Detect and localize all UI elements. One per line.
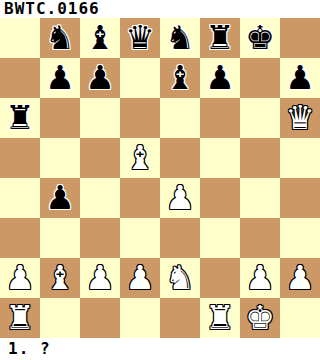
square-h6[interactable]: ♛ (280, 98, 320, 138)
move-prompt: 1. ? (0, 338, 320, 360)
white-pawn[interactable]: ♟ (160, 178, 200, 218)
square-d5[interactable]: ♝ (120, 138, 160, 178)
white-bishop[interactable]: ♝ (120, 138, 160, 178)
square-c7[interactable]: ♟ (80, 58, 120, 98)
square-g3[interactable] (240, 218, 280, 258)
square-f1[interactable]: ♜ (200, 298, 240, 338)
square-a1[interactable]: ♜ (0, 298, 40, 338)
square-a6[interactable]: ♜ (0, 98, 40, 138)
white-pawn[interactable]: ♟ (0, 258, 40, 298)
square-a7[interactable] (0, 58, 40, 98)
square-c6[interactable] (80, 98, 120, 138)
square-f3[interactable] (200, 218, 240, 258)
square-f2[interactable] (200, 258, 240, 298)
black-knight[interactable]: ♞ (40, 18, 80, 58)
black-rook[interactable]: ♜ (200, 18, 240, 58)
square-b7[interactable]: ♟ (40, 58, 80, 98)
square-d7[interactable] (120, 58, 160, 98)
black-rook[interactable]: ♜ (0, 98, 40, 138)
white-rook[interactable]: ♜ (200, 298, 240, 338)
square-h2[interactable]: ♟ (280, 258, 320, 298)
square-b6[interactable] (40, 98, 80, 138)
square-h3[interactable] (280, 218, 320, 258)
square-b1[interactable] (40, 298, 80, 338)
square-g8[interactable]: ♚ (240, 18, 280, 58)
white-pawn[interactable]: ♟ (120, 258, 160, 298)
square-f7[interactable]: ♟ (200, 58, 240, 98)
square-c4[interactable] (80, 178, 120, 218)
square-g1[interactable]: ♚ (240, 298, 280, 338)
puzzle-id: BWTC.0166 (0, 0, 320, 18)
square-c3[interactable] (80, 218, 120, 258)
white-queen[interactable]: ♛ (280, 98, 320, 138)
square-h5[interactable] (280, 138, 320, 178)
black-queen[interactable]: ♛ (120, 18, 160, 58)
square-c1[interactable] (80, 298, 120, 338)
square-e3[interactable] (160, 218, 200, 258)
square-g6[interactable] (240, 98, 280, 138)
square-e1[interactable] (160, 298, 200, 338)
square-e7[interactable]: ♝ (160, 58, 200, 98)
square-d8[interactable]: ♛ (120, 18, 160, 58)
square-e2[interactable]: ♞ (160, 258, 200, 298)
square-b2[interactable]: ♝ (40, 258, 80, 298)
square-b4[interactable]: ♟ (40, 178, 80, 218)
square-b8[interactable]: ♞ (40, 18, 80, 58)
black-pawn[interactable]: ♟ (200, 58, 240, 98)
square-b3[interactable] (40, 218, 80, 258)
square-a3[interactable] (0, 218, 40, 258)
square-a5[interactable] (0, 138, 40, 178)
black-pawn[interactable]: ♟ (80, 58, 120, 98)
square-a8[interactable] (0, 18, 40, 58)
square-a4[interactable] (0, 178, 40, 218)
square-c5[interactable] (80, 138, 120, 178)
square-h8[interactable] (280, 18, 320, 58)
square-a2[interactable]: ♟ (0, 258, 40, 298)
square-g2[interactable]: ♟ (240, 258, 280, 298)
black-pawn[interactable]: ♟ (40, 58, 80, 98)
square-e8[interactable]: ♞ (160, 18, 200, 58)
square-d6[interactable] (120, 98, 160, 138)
white-pawn[interactable]: ♟ (280, 258, 320, 298)
black-king[interactable]: ♚ (240, 18, 280, 58)
square-d2[interactable]: ♟ (120, 258, 160, 298)
square-e4[interactable]: ♟ (160, 178, 200, 218)
chess-diagram: BWTC.0166 ♞♝♛♞♜♚♟♟♝♟♟♜♛♝♟♟♟♝♟♟♞♟♟♜♜♚ 1. … (0, 0, 320, 360)
white-rook[interactable]: ♜ (0, 298, 40, 338)
black-pawn[interactable]: ♟ (40, 178, 80, 218)
square-g5[interactable] (240, 138, 280, 178)
square-d3[interactable] (120, 218, 160, 258)
black-bishop[interactable]: ♝ (160, 58, 200, 98)
square-f4[interactable] (200, 178, 240, 218)
square-c8[interactable]: ♝ (80, 18, 120, 58)
white-bishop[interactable]: ♝ (40, 258, 80, 298)
black-pawn[interactable]: ♟ (280, 58, 320, 98)
square-g7[interactable] (240, 58, 280, 98)
chess-board: ♞♝♛♞♜♚♟♟♝♟♟♜♛♝♟♟♟♝♟♟♞♟♟♜♜♚ (0, 18, 320, 338)
square-d1[interactable] (120, 298, 160, 338)
white-king[interactable]: ♚ (240, 298, 280, 338)
square-c2[interactable]: ♟ (80, 258, 120, 298)
white-knight[interactable]: ♞ (160, 258, 200, 298)
square-e5[interactable] (160, 138, 200, 178)
square-h7[interactable]: ♟ (280, 58, 320, 98)
square-e6[interactable] (160, 98, 200, 138)
square-f8[interactable]: ♜ (200, 18, 240, 58)
square-b5[interactable] (40, 138, 80, 178)
black-knight[interactable]: ♞ (160, 18, 200, 58)
white-pawn[interactable]: ♟ (80, 258, 120, 298)
square-f6[interactable] (200, 98, 240, 138)
square-h1[interactable] (280, 298, 320, 338)
square-f5[interactable] (200, 138, 240, 178)
white-pawn[interactable]: ♟ (240, 258, 280, 298)
black-bishop[interactable]: ♝ (80, 18, 120, 58)
square-h4[interactable] (280, 178, 320, 218)
square-g4[interactable] (240, 178, 280, 218)
square-d4[interactable] (120, 178, 160, 218)
